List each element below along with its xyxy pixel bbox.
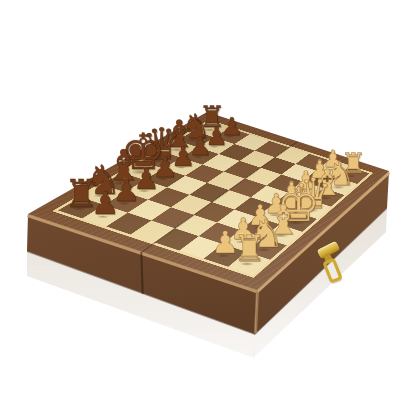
chess-set-photo: ♜♟♞♟♝♟♛♟♟♚♜♟♟♝♞♟♟♞♝♟♟♜♛♟♟♚♟♝♟♞♟♜ [0,0,416,416]
